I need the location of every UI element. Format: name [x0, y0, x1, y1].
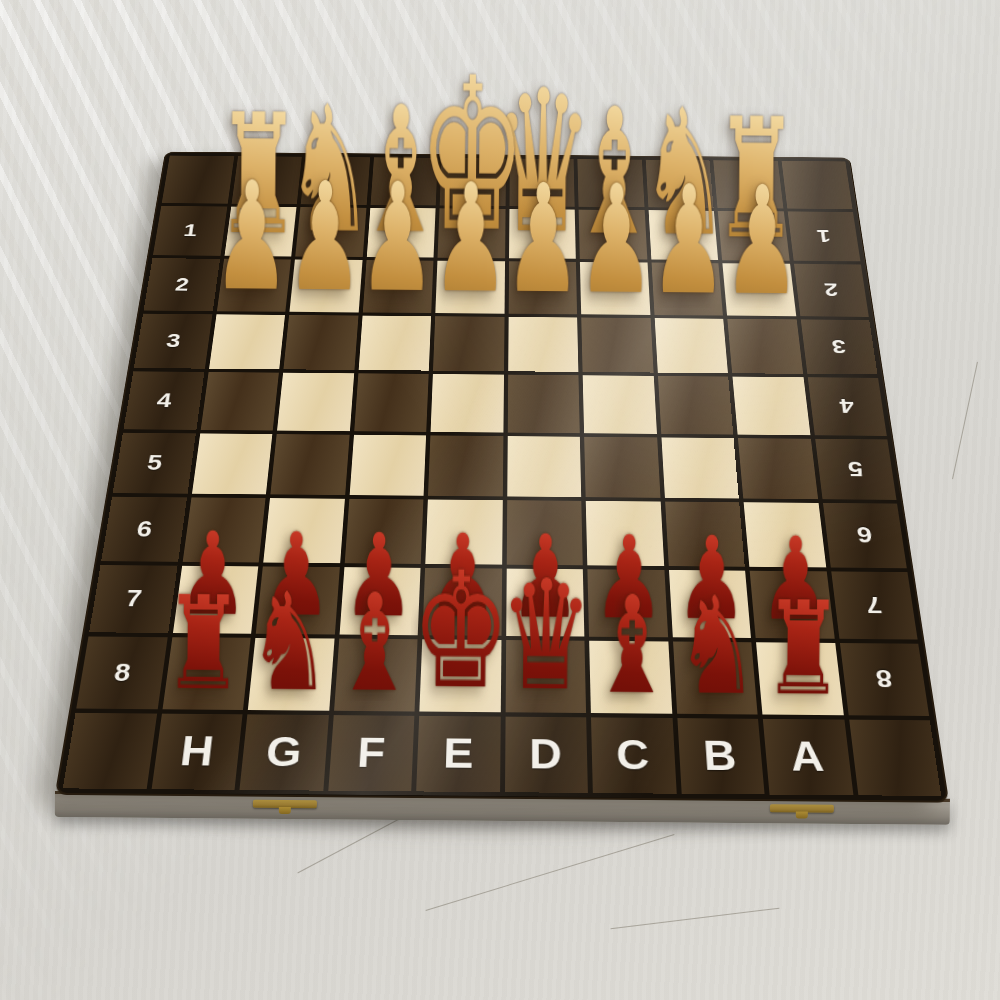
- file-label-D-cell: D: [505, 716, 588, 793]
- rank-label-4-cell: 4: [807, 377, 886, 435]
- square-h5[interactable]: [192, 433, 273, 494]
- square-b2[interactable]: ♟: [651, 263, 723, 316]
- square-g2[interactable]: ♟: [289, 259, 362, 312]
- file-label-H: H: [151, 713, 242, 790]
- square-c8[interactable]: ♝: [589, 641, 672, 713]
- rank-label-4: 4: [807, 377, 886, 435]
- file-label-B: B: [677, 718, 765, 795]
- white-pawn[interactable]: ♟: [577, 169, 655, 312]
- file-label-A-cell: A: [763, 718, 853, 795]
- square-c5[interactable]: [584, 436, 660, 497]
- rank-label-3-cell: 3: [134, 313, 212, 368]
- square-b8[interactable]: ♞: [673, 642, 758, 714]
- rank-label-8-cell: 8: [76, 636, 167, 708]
- red-rook[interactable]: ♜: [163, 583, 244, 706]
- square-c2[interactable]: ♟: [580, 262, 650, 315]
- white-pawn[interactable]: ♟: [650, 170, 728, 313]
- square-d4[interactable]: [507, 375, 579, 433]
- square-e5[interactable]: [428, 435, 503, 496]
- square-e8[interactable]: ♚: [419, 639, 501, 711]
- square-f5[interactable]: [349, 434, 426, 495]
- square-b5[interactable]: [661, 437, 739, 498]
- rank-label-6-cell: 6: [101, 497, 186, 562]
- square-g4[interactable]: [277, 373, 354, 431]
- rank-label-8: 8: [76, 636, 167, 708]
- square-g3[interactable]: [283, 315, 358, 370]
- file-label-B-cell: B: [677, 718, 765, 795]
- red-knight[interactable]: ♞: [675, 582, 759, 711]
- square-e3[interactable]: [433, 316, 504, 371]
- square-f2[interactable]: ♟: [362, 260, 433, 313]
- square-d8[interactable]: ♛: [505, 640, 586, 712]
- square-h4[interactable]: [200, 372, 279, 430]
- rank-label-5: 5: [113, 432, 196, 493]
- square-a2[interactable]: ♟: [722, 263, 795, 316]
- file-label-G-cell: G: [239, 714, 328, 791]
- red-bishop[interactable]: ♝: [590, 581, 674, 710]
- file-label-H-cell: H: [151, 713, 242, 790]
- file-label-F-cell: F: [328, 715, 415, 792]
- square-f3[interactable]: [358, 315, 431, 370]
- white-pawn[interactable]: ♟: [286, 167, 364, 310]
- square-f4[interactable]: [354, 373, 429, 431]
- square-c3[interactable]: [581, 317, 653, 372]
- file-label-C: C: [591, 717, 676, 794]
- red-knight[interactable]: ♞: [247, 578, 331, 707]
- square-b3[interactable]: [654, 318, 728, 373]
- brass-hinge-icon: [253, 800, 317, 809]
- rank-label-5-cell: 5: [815, 438, 897, 499]
- square-g5[interactable]: [270, 434, 349, 495]
- file-label-E-cell: E: [416, 715, 500, 792]
- rank-label-8-cell: 8: [839, 643, 929, 715]
- rank-label-2-cell: 2: [794, 264, 869, 317]
- square-a8[interactable]: ♜: [756, 642, 843, 714]
- file-label-C-cell: C: [591, 717, 676, 794]
- square-d2[interactable]: ♟: [508, 261, 577, 314]
- white-pawn[interactable]: ♟: [359, 167, 437, 310]
- square-f8[interactable]: ♝: [334, 639, 418, 711]
- square-a5[interactable]: [738, 438, 818, 499]
- chessboard-scene: 1♜♞♝♚♛♝♞♜12♟♟♟♟♟♟♟♟2334455667♟♟♟♟♟♟♟♟78♜…: [57, 0, 955, 801]
- square-h2[interactable]: ♟: [217, 259, 291, 312]
- square-e4[interactable]: [431, 374, 504, 432]
- rank-label-7: 7: [831, 571, 918, 639]
- rank-label-6-cell: 6: [823, 503, 907, 568]
- white-pawn[interactable]: ♟: [504, 168, 582, 311]
- rank-label-2: 2: [794, 264, 869, 317]
- red-rook[interactable]: ♜: [763, 588, 844, 711]
- frame-tile: [63, 712, 157, 789]
- square-b4[interactable]: [658, 376, 734, 434]
- square-h3[interactable]: [209, 314, 285, 369]
- square-c4[interactable]: [583, 375, 657, 433]
- rank-label-4-cell: 4: [124, 371, 204, 429]
- rank-label-2: 2: [144, 258, 220, 311]
- white-pawn[interactable]: ♟: [723, 170, 801, 313]
- file-label-G: G: [239, 714, 328, 791]
- rank-label-3: 3: [134, 313, 212, 368]
- square-a3[interactable]: [727, 318, 802, 373]
- square-a4[interactable]: [732, 377, 810, 435]
- file-label-D: D: [505, 716, 588, 793]
- red-bishop[interactable]: ♝: [333, 579, 417, 708]
- square-d5[interactable]: [507, 436, 581, 497]
- white-pawn[interactable]: ♟: [213, 166, 291, 309]
- red-queen[interactable]: ♛: [499, 564, 594, 709]
- white-pawn[interactable]: ♟: [431, 168, 509, 311]
- brass-hinge-icon: [770, 804, 834, 813]
- rank-label-4: 4: [124, 371, 204, 429]
- frame-tile: [849, 719, 942, 796]
- square-g8[interactable]: ♞: [248, 638, 334, 710]
- red-king[interactable]: ♚: [410, 555, 510, 708]
- square-d3[interactable]: [508, 317, 579, 372]
- file-label-E: E: [416, 715, 500, 792]
- rank-label-7-cell: 7: [831, 571, 918, 639]
- rank-label-5-cell: 5: [113, 432, 196, 493]
- square-h8[interactable]: ♜: [162, 637, 251, 709]
- file-label-A: A: [763, 718, 853, 795]
- square-e2[interactable]: ♟: [435, 261, 504, 314]
- rank-label-3: 3: [800, 319, 877, 374]
- chessboard: 1♜♞♝♚♛♝♞♜12♟♟♟♟♟♟♟♟2334455667♟♟♟♟♟♟♟♟78♜…: [57, 153, 947, 801]
- rank-label-3-cell: 3: [800, 319, 877, 374]
- rank-label-6: 6: [101, 497, 186, 562]
- file-label-F: F: [328, 715, 415, 792]
- rank-label-2-cell: 2: [144, 258, 220, 311]
- rank-label-6: 6: [823, 503, 907, 568]
- rank-label-5: 5: [815, 438, 897, 499]
- rank-label-8: 8: [839, 643, 929, 715]
